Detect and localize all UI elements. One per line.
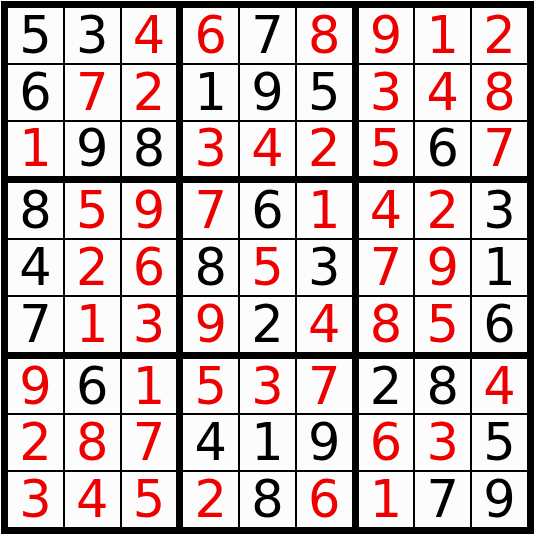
cell-r6c6[interactable]: 4 — [297, 297, 352, 352]
cell-r3c2[interactable]: 9 — [65, 122, 120, 177]
cell-r9c5[interactable]: 8 — [240, 472, 295, 527]
cell-r9c9[interactable]: 9 — [472, 472, 527, 527]
cell-r9c4[interactable]: 2 — [183, 472, 238, 527]
cell-r5c6[interactable]: 3 — [297, 240, 352, 295]
cell-r2c3[interactable]: 2 — [122, 65, 177, 120]
cell-r2c5[interactable]: 9 — [240, 65, 295, 120]
sudoku-box-9: 284635179 — [359, 359, 527, 527]
cell-r9c3[interactable]: 5 — [122, 472, 177, 527]
cell-r4c6[interactable]: 1 — [297, 183, 352, 238]
cell-r1c6[interactable]: 8 — [297, 8, 352, 63]
cell-r7c2[interactable]: 6 — [65, 359, 120, 414]
cell-r6c9[interactable]: 6 — [472, 297, 527, 352]
cell-r2c8[interactable]: 4 — [415, 65, 470, 120]
sudoku-board: 5346721986781953429123485678594267137618… — [1, 1, 534, 534]
sudoku-box-1: 534672198 — [8, 8, 176, 176]
cell-r3c4[interactable]: 3 — [183, 122, 238, 177]
sudoku-box-3: 912348567 — [359, 8, 527, 176]
cell-r4c3[interactable]: 9 — [122, 183, 177, 238]
cell-r8c7[interactable]: 6 — [359, 415, 414, 470]
sudoku-box-2: 678195342 — [183, 8, 351, 176]
cell-r5c4[interactable]: 8 — [183, 240, 238, 295]
cell-r5c2[interactable]: 2 — [65, 240, 120, 295]
cell-r9c8[interactable]: 7 — [415, 472, 470, 527]
cell-r2c4[interactable]: 1 — [183, 65, 238, 120]
cell-r3c5[interactable]: 4 — [240, 122, 295, 177]
cell-r8c3[interactable]: 7 — [122, 415, 177, 470]
cell-r6c7[interactable]: 8 — [359, 297, 414, 352]
cell-r2c2[interactable]: 7 — [65, 65, 120, 120]
cell-r5c8[interactable]: 9 — [415, 240, 470, 295]
cell-r6c1[interactable]: 7 — [8, 297, 63, 352]
cell-r9c1[interactable]: 3 — [8, 472, 63, 527]
cell-r3c6[interactable]: 2 — [297, 122, 352, 177]
cell-r4c7[interactable]: 4 — [359, 183, 414, 238]
cell-r8c9[interactable]: 5 — [472, 415, 527, 470]
cell-r6c3[interactable]: 3 — [122, 297, 177, 352]
cell-r5c7[interactable]: 7 — [359, 240, 414, 295]
cell-r5c3[interactable]: 6 — [122, 240, 177, 295]
cell-r7c9[interactable]: 4 — [472, 359, 527, 414]
cell-r7c1[interactable]: 9 — [8, 359, 63, 414]
cell-r6c8[interactable]: 5 — [415, 297, 470, 352]
cell-r1c9[interactable]: 2 — [472, 8, 527, 63]
cell-r2c7[interactable]: 3 — [359, 65, 414, 120]
cell-r5c1[interactable]: 4 — [8, 240, 63, 295]
cell-r7c4[interactable]: 5 — [183, 359, 238, 414]
cell-r3c7[interactable]: 5 — [359, 122, 414, 177]
sudoku-box-4: 859426713 — [8, 183, 176, 351]
cell-r7c3[interactable]: 1 — [122, 359, 177, 414]
cell-r4c9[interactable]: 3 — [472, 183, 527, 238]
cell-r8c5[interactable]: 1 — [240, 415, 295, 470]
cell-r1c2[interactable]: 3 — [65, 8, 120, 63]
cell-r1c5[interactable]: 7 — [240, 8, 295, 63]
cell-r2c6[interactable]: 5 — [297, 65, 352, 120]
cell-r3c3[interactable]: 8 — [122, 122, 177, 177]
cell-r2c1[interactable]: 6 — [8, 65, 63, 120]
sudoku-box-6: 423791856 — [359, 183, 527, 351]
cell-r9c6[interactable]: 6 — [297, 472, 352, 527]
cell-r4c1[interactable]: 8 — [8, 183, 63, 238]
cell-r5c5[interactable]: 5 — [240, 240, 295, 295]
cell-r2c9[interactable]: 8 — [472, 65, 527, 120]
cell-r4c2[interactable]: 5 — [65, 183, 120, 238]
cell-r8c6[interactable]: 9 — [297, 415, 352, 470]
cell-r9c2[interactable]: 4 — [65, 472, 120, 527]
cell-r4c4[interactable]: 7 — [183, 183, 238, 238]
cell-r3c1[interactable]: 1 — [8, 122, 63, 177]
cell-r4c8[interactable]: 2 — [415, 183, 470, 238]
cell-r3c8[interactable]: 6 — [415, 122, 470, 177]
cell-r8c8[interactable]: 3 — [415, 415, 470, 470]
cell-r1c1[interactable]: 5 — [8, 8, 63, 63]
cell-r8c2[interactable]: 8 — [65, 415, 120, 470]
cell-r9c7[interactable]: 1 — [359, 472, 414, 527]
cell-r1c4[interactable]: 6 — [183, 8, 238, 63]
sudoku-box-7: 961287345 — [8, 359, 176, 527]
cell-r8c4[interactable]: 4 — [183, 415, 238, 470]
sudoku-box-5: 761853924 — [183, 183, 351, 351]
cell-r7c7[interactable]: 2 — [359, 359, 414, 414]
cell-r1c3[interactable]: 4 — [122, 8, 177, 63]
cell-r7c6[interactable]: 7 — [297, 359, 352, 414]
cell-r3c9[interactable]: 7 — [472, 122, 527, 177]
cell-r6c5[interactable]: 2 — [240, 297, 295, 352]
cell-r1c8[interactable]: 1 — [415, 8, 470, 63]
cell-r1c7[interactable]: 9 — [359, 8, 414, 63]
cell-r7c5[interactable]: 3 — [240, 359, 295, 414]
cell-r5c9[interactable]: 1 — [472, 240, 527, 295]
cell-r7c8[interactable]: 8 — [415, 359, 470, 414]
cell-r6c4[interactable]: 9 — [183, 297, 238, 352]
sudoku-box-8: 537419286 — [183, 359, 351, 527]
cell-r6c2[interactable]: 1 — [65, 297, 120, 352]
cell-r8c1[interactable]: 2 — [8, 415, 63, 470]
cell-r4c5[interactable]: 6 — [240, 183, 295, 238]
